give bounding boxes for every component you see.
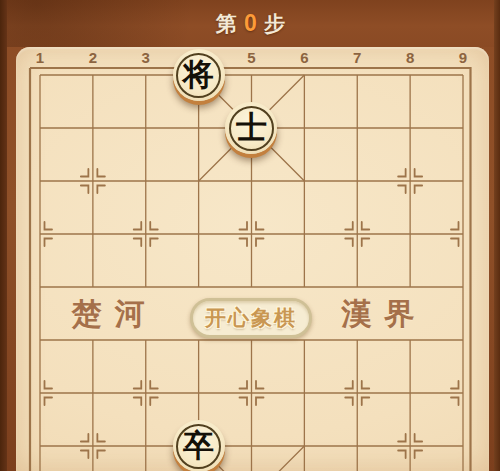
move-counter-number: 0 — [244, 10, 257, 37]
move-counter-suffix: 步 — [264, 10, 285, 38]
piece-black-soldier[interactable]: 卒 — [173, 420, 225, 471]
header-bar: 第 0 步 — [7, 0, 494, 47]
move-counter: 第 0 步 — [216, 10, 285, 38]
pieces-layer: 将士卒 — [14, 49, 490, 471]
move-counter-prefix: 第 — [216, 10, 237, 38]
piece-black-advisor[interactable]: 士 — [225, 102, 277, 154]
app-screen: 第 0 步 123456789 楚河 漢界 开心象棋 将士卒 — [0, 0, 500, 471]
right-frame-strip — [494, 0, 500, 471]
piece-character: 士 — [236, 112, 267, 143]
piece-character: 将 — [183, 59, 214, 90]
left-frame-strip — [0, 0, 7, 471]
piece-character: 卒 — [183, 430, 214, 461]
piece-black-general[interactable]: 将 — [173, 49, 225, 101]
